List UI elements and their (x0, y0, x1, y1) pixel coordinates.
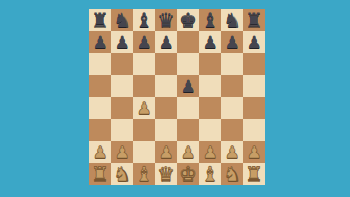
piece-white-pawn[interactable]: ♟ (114, 141, 129, 163)
piece-white-pawn[interactable]: ♟ (158, 141, 173, 163)
piece-white-rook[interactable]: ♜ (91, 163, 109, 185)
piece-white-king[interactable]: ♚ (179, 163, 197, 185)
square-e4[interactable] (177, 97, 199, 119)
square-b5[interactable] (111, 75, 133, 97)
square-c2[interactable] (133, 141, 155, 163)
piece-black-pawn[interactable]: ♟ (136, 31, 151, 53)
square-h3[interactable] (243, 119, 265, 141)
square-b2[interactable]: ♟ (111, 141, 133, 163)
square-e7[interactable] (177, 31, 199, 53)
square-g6[interactable] (221, 53, 243, 75)
square-e3[interactable] (177, 119, 199, 141)
square-e5[interactable]: ♟ (177, 75, 199, 97)
piece-white-rook[interactable]: ♜ (245, 163, 263, 185)
square-f1[interactable]: ♝ (199, 163, 221, 185)
square-d3[interactable] (155, 119, 177, 141)
piece-white-pawn[interactable]: ♟ (136, 97, 151, 119)
square-d8[interactable]: ♛ (155, 9, 177, 31)
piece-black-pawn[interactable]: ♟ (92, 31, 107, 53)
square-d7[interactable]: ♟ (155, 31, 177, 53)
square-h8[interactable]: ♜ (243, 9, 265, 31)
square-e2[interactable]: ♟ (177, 141, 199, 163)
piece-black-queen[interactable]: ♛ (157, 9, 175, 31)
piece-white-pawn[interactable]: ♟ (224, 141, 239, 163)
square-c1[interactable]: ♝ (133, 163, 155, 185)
piece-black-pawn[interactable]: ♟ (158, 31, 173, 53)
square-g5[interactable] (221, 75, 243, 97)
piece-black-knight[interactable]: ♞ (223, 9, 241, 31)
piece-black-pawn[interactable]: ♟ (180, 75, 195, 97)
piece-black-bishop[interactable]: ♝ (201, 9, 219, 31)
square-g4[interactable] (221, 97, 243, 119)
square-g8[interactable]: ♞ (221, 9, 243, 31)
piece-white-queen[interactable]: ♛ (157, 163, 175, 185)
piece-black-rook[interactable]: ♜ (91, 9, 109, 31)
square-b3[interactable] (111, 119, 133, 141)
square-g2[interactable]: ♟ (221, 141, 243, 163)
square-h2[interactable]: ♟ (243, 141, 265, 163)
square-c8[interactable]: ♝ (133, 9, 155, 31)
square-d4[interactable] (155, 97, 177, 119)
square-c4[interactable]: ♟ (133, 97, 155, 119)
square-d2[interactable]: ♟ (155, 141, 177, 163)
piece-white-bishop[interactable]: ♝ (201, 163, 219, 185)
square-c7[interactable]: ♟ (133, 31, 155, 53)
square-g1[interactable]: ♞ (221, 163, 243, 185)
square-f4[interactable] (199, 97, 221, 119)
square-f7[interactable]: ♟ (199, 31, 221, 53)
piece-white-knight[interactable]: ♞ (113, 163, 131, 185)
piece-white-bishop[interactable]: ♝ (135, 163, 153, 185)
piece-black-pawn[interactable]: ♟ (202, 31, 217, 53)
square-c3[interactable] (133, 119, 155, 141)
square-a8[interactable]: ♜ (89, 9, 111, 31)
square-g7[interactable]: ♟ (221, 31, 243, 53)
piece-white-pawn[interactable]: ♟ (246, 141, 261, 163)
square-d1[interactable]: ♛ (155, 163, 177, 185)
square-h6[interactable] (243, 53, 265, 75)
piece-white-pawn[interactable]: ♟ (92, 141, 107, 163)
square-b1[interactable]: ♞ (111, 163, 133, 185)
app-background: ♜♞♝♛♚♝♞♜♟♟♟♟♟♟♟♟♟♟♟♟♟♟♟♟♜♞♝♛♚♝♞♜ (0, 0, 350, 197)
square-f8[interactable]: ♝ (199, 9, 221, 31)
square-b4[interactable] (111, 97, 133, 119)
piece-black-knight[interactable]: ♞ (113, 9, 131, 31)
square-d5[interactable] (155, 75, 177, 97)
piece-white-pawn[interactable]: ♟ (202, 141, 217, 163)
square-e1[interactable]: ♚ (177, 163, 199, 185)
piece-black-bishop[interactable]: ♝ (135, 9, 153, 31)
square-b8[interactable]: ♞ (111, 9, 133, 31)
square-g3[interactable] (221, 119, 243, 141)
square-a7[interactable]: ♟ (89, 31, 111, 53)
square-e6[interactable] (177, 53, 199, 75)
piece-black-pawn[interactable]: ♟ (114, 31, 129, 53)
square-h7[interactable]: ♟ (243, 31, 265, 53)
square-a2[interactable]: ♟ (89, 141, 111, 163)
piece-black-pawn[interactable]: ♟ (246, 31, 261, 53)
square-c5[interactable] (133, 75, 155, 97)
chess-board: ♜♞♝♛♚♝♞♜♟♟♟♟♟♟♟♟♟♟♟♟♟♟♟♟♜♞♝♛♚♝♞♜ (89, 9, 265, 185)
square-a1[interactable]: ♜ (89, 163, 111, 185)
square-a3[interactable] (89, 119, 111, 141)
square-f5[interactable] (199, 75, 221, 97)
square-c6[interactable] (133, 53, 155, 75)
square-e8[interactable]: ♚ (177, 9, 199, 31)
square-d6[interactable] (155, 53, 177, 75)
square-h5[interactable] (243, 75, 265, 97)
square-b6[interactable] (111, 53, 133, 75)
square-h4[interactable] (243, 97, 265, 119)
square-f3[interactable] (199, 119, 221, 141)
piece-black-rook[interactable]: ♜ (245, 9, 263, 31)
piece-black-king[interactable]: ♚ (179, 9, 197, 31)
square-a5[interactable] (89, 75, 111, 97)
piece-black-pawn[interactable]: ♟ (224, 31, 239, 53)
piece-white-knight[interactable]: ♞ (223, 163, 241, 185)
square-h1[interactable]: ♜ (243, 163, 265, 185)
square-b7[interactable]: ♟ (111, 31, 133, 53)
square-a6[interactable] (89, 53, 111, 75)
piece-white-pawn[interactable]: ♟ (180, 141, 195, 163)
square-a4[interactable] (89, 97, 111, 119)
square-f2[interactable]: ♟ (199, 141, 221, 163)
square-f6[interactable] (199, 53, 221, 75)
